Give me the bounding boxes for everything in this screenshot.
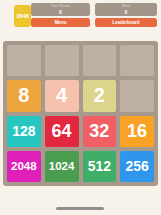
best-value: 0 bbox=[125, 9, 128, 15]
board-grid[interactable]: 84212864321620481024512256 bbox=[3, 41, 158, 186]
tile-128: 128 bbox=[7, 116, 41, 147]
logo-2048: 2048 bbox=[14, 5, 31, 27]
empty-cell bbox=[120, 45, 154, 76]
tile-2048: 2048 bbox=[7, 151, 41, 182]
tile-4: 4 bbox=[45, 80, 79, 111]
tile-2: 2 bbox=[83, 80, 117, 111]
tile-16: 16 bbox=[120, 116, 154, 147]
empty-cell bbox=[7, 45, 41, 76]
score-value: 0 bbox=[59, 9, 62, 15]
tile-8: 8 bbox=[7, 80, 41, 111]
tile-64: 64 bbox=[45, 116, 79, 147]
score-box: Your Score 0 bbox=[31, 3, 90, 16]
tile-1024: 1024 bbox=[45, 151, 79, 182]
empty-cell bbox=[45, 45, 79, 76]
empty-cell bbox=[120, 80, 154, 111]
home-indicator[interactable] bbox=[56, 207, 104, 210]
menu-button[interactable]: Menu bbox=[31, 18, 90, 27]
tile-512: 512 bbox=[83, 151, 117, 182]
empty-cell bbox=[83, 45, 117, 76]
tile-256: 256 bbox=[120, 151, 154, 182]
best-box: Best 0 bbox=[95, 3, 157, 16]
leaderboard-button[interactable]: Leaderboard bbox=[95, 18, 157, 27]
tile-32: 32 bbox=[83, 116, 117, 147]
